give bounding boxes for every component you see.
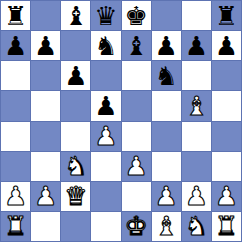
piece-white-pawn[interactable]: ♟ xyxy=(4,183,27,209)
square-f3[interactable] xyxy=(152,152,181,181)
piece-black-pawn[interactable]: ♟ xyxy=(4,33,27,59)
square-b7[interactable]: ♟ xyxy=(31,31,60,60)
square-f7[interactable]: ♟ xyxy=(152,31,181,60)
piece-black-knight[interactable]: ♞ xyxy=(94,33,117,59)
square-d7[interactable]: ♞ xyxy=(91,31,120,60)
square-a5[interactable] xyxy=(1,91,30,120)
square-d1[interactable] xyxy=(91,212,120,241)
piece-white-pawn[interactable]: ♟ xyxy=(94,123,117,149)
square-a6[interactable] xyxy=(1,61,30,90)
square-e4[interactable] xyxy=(122,122,151,151)
piece-white-king[interactable]: ♚ xyxy=(124,213,147,239)
piece-white-pawn[interactable]: ♟ xyxy=(124,153,147,179)
piece-black-king[interactable]: ♚ xyxy=(124,3,147,29)
square-f4[interactable] xyxy=(152,122,181,151)
square-e3[interactable]: ♟ xyxy=(122,152,151,181)
square-d2[interactable] xyxy=(91,182,120,211)
piece-black-pawn[interactable]: ♟ xyxy=(34,33,57,59)
piece-black-bishop[interactable]: ♝ xyxy=(64,3,87,29)
square-d3[interactable] xyxy=(91,152,120,181)
square-d6[interactable] xyxy=(91,61,120,90)
square-b6[interactable] xyxy=(31,61,60,90)
square-c2[interactable]: ♛ xyxy=(61,182,90,211)
square-c5[interactable] xyxy=(61,91,90,120)
square-h2[interactable]: ♟ xyxy=(212,182,241,211)
piece-black-knight[interactable]: ♞ xyxy=(155,63,178,89)
piece-white-rook[interactable]: ♜ xyxy=(215,213,238,239)
piece-black-pawn[interactable]: ♟ xyxy=(155,33,178,59)
square-c8[interactable]: ♝ xyxy=(61,1,90,30)
square-h8[interactable]: ♜ xyxy=(212,1,241,30)
chess-board: ♜♝♛♚♜♟♟♞♝♟♟♟♟♞♟♝♟♞♟♟♟♛♟♟♟♜♚♝♞♜ xyxy=(0,0,242,242)
square-f5[interactable] xyxy=(152,91,181,120)
square-b2[interactable]: ♟ xyxy=(31,182,60,211)
piece-white-pawn[interactable]: ♟ xyxy=(34,183,57,209)
piece-white-bishop[interactable]: ♝ xyxy=(155,213,178,239)
square-c7[interactable] xyxy=(61,31,90,60)
square-c3[interactable]: ♞ xyxy=(61,152,90,181)
square-f8[interactable] xyxy=(152,1,181,30)
square-h5[interactable] xyxy=(212,91,241,120)
square-a3[interactable] xyxy=(1,152,30,181)
square-g4[interactable] xyxy=(182,122,211,151)
square-b3[interactable] xyxy=(31,152,60,181)
square-g5[interactable]: ♝ xyxy=(182,91,211,120)
square-a2[interactable]: ♟ xyxy=(1,182,30,211)
square-h7[interactable]: ♟ xyxy=(212,31,241,60)
square-e2[interactable] xyxy=(122,182,151,211)
square-a1[interactable]: ♜ xyxy=(1,212,30,241)
square-a4[interactable] xyxy=(1,122,30,151)
square-a8[interactable]: ♜ xyxy=(1,1,30,30)
square-h1[interactable]: ♜ xyxy=(212,212,241,241)
piece-white-knight[interactable]: ♞ xyxy=(185,213,208,239)
square-h6[interactable] xyxy=(212,61,241,90)
square-c4[interactable] xyxy=(61,122,90,151)
piece-black-pawn[interactable]: ♟ xyxy=(64,63,87,89)
square-b4[interactable] xyxy=(31,122,60,151)
square-g2[interactable]: ♟ xyxy=(182,182,211,211)
square-e7[interactable]: ♝ xyxy=(122,31,151,60)
piece-white-bishop[interactable]: ♝ xyxy=(185,93,208,119)
piece-white-pawn[interactable]: ♟ xyxy=(185,183,208,209)
square-b8[interactable] xyxy=(31,1,60,30)
square-b1[interactable] xyxy=(31,212,60,241)
square-c1[interactable] xyxy=(61,212,90,241)
square-e1[interactable]: ♚ xyxy=(122,212,151,241)
piece-white-pawn[interactable]: ♟ xyxy=(155,183,178,209)
square-d4[interactable]: ♟ xyxy=(91,122,120,151)
square-e8[interactable]: ♚ xyxy=(122,1,151,30)
square-e6[interactable] xyxy=(122,61,151,90)
square-e5[interactable] xyxy=(122,91,151,120)
piece-black-rook[interactable]: ♜ xyxy=(215,3,238,29)
piece-white-pawn[interactable]: ♟ xyxy=(215,183,238,209)
square-g3[interactable] xyxy=(182,152,211,181)
square-d8[interactable]: ♛ xyxy=(91,1,120,30)
piece-black-queen[interactable]: ♛ xyxy=(94,3,117,29)
piece-black-bishop[interactable]: ♝ xyxy=(124,33,147,59)
piece-black-rook[interactable]: ♜ xyxy=(4,3,27,29)
piece-white-rook[interactable]: ♜ xyxy=(4,213,27,239)
square-f6[interactable]: ♞ xyxy=(152,61,181,90)
square-c6[interactable]: ♟ xyxy=(61,61,90,90)
square-f2[interactable]: ♟ xyxy=(152,182,181,211)
piece-black-pawn[interactable]: ♟ xyxy=(215,33,238,59)
square-f1[interactable]: ♝ xyxy=(152,212,181,241)
square-g6[interactable] xyxy=(182,61,211,90)
square-b5[interactable] xyxy=(31,91,60,120)
square-g8[interactable] xyxy=(182,1,211,30)
piece-black-pawn[interactable]: ♟ xyxy=(185,33,208,59)
square-h4[interactable] xyxy=(212,122,241,151)
square-a7[interactable]: ♟ xyxy=(1,31,30,60)
square-h3[interactable] xyxy=(212,152,241,181)
square-g1[interactable]: ♞ xyxy=(182,212,211,241)
piece-white-queen[interactable]: ♛ xyxy=(64,183,87,209)
piece-white-knight[interactable]: ♞ xyxy=(64,153,87,179)
square-d5[interactable]: ♟ xyxy=(91,91,120,120)
piece-black-pawn[interactable]: ♟ xyxy=(94,93,117,119)
square-g7[interactable]: ♟ xyxy=(182,31,211,60)
